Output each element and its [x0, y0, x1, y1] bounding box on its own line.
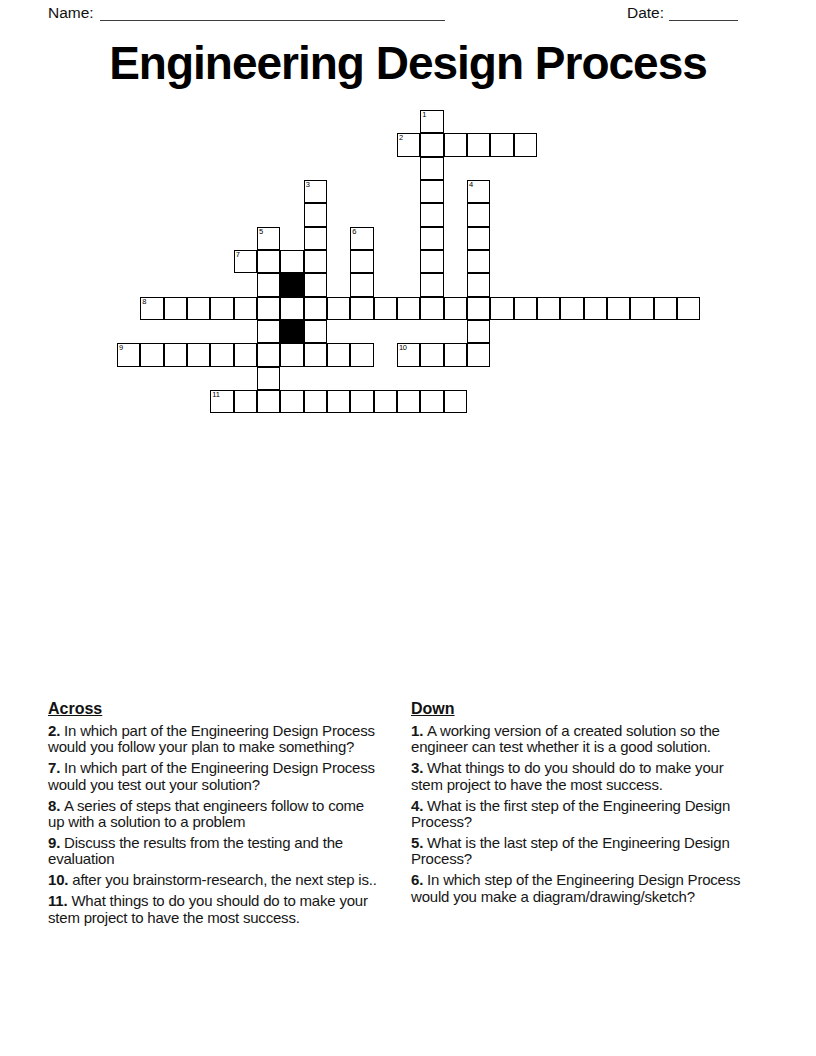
clue-text: What things to do you should do to make … [48, 892, 368, 925]
grid-cell[interactable] [467, 273, 490, 296]
grid-cell[interactable] [327, 297, 350, 320]
clue-across-8: 8. A series of steps that engineers foll… [48, 798, 380, 831]
grid-cell[interactable] [420, 390, 443, 413]
name-blank-line[interactable] [100, 4, 445, 21]
clue-number-label: 11. [48, 892, 71, 909]
date-blank-line[interactable] [669, 4, 738, 21]
grid-cell[interactable] [164, 343, 187, 366]
grid-cell[interactable] [397, 390, 420, 413]
clue-number-label: 6. [411, 871, 427, 888]
date-label: Date: [627, 4, 664, 22]
grid-cell[interactable] [187, 297, 210, 320]
clue-number-2: 2 [399, 134, 403, 142]
grid-cell[interactable]: 6 [350, 227, 373, 250]
grid-cell[interactable] [420, 133, 443, 156]
clue-down-6: 6. In which step of the Engineering Desi… [411, 872, 751, 905]
grid-cell[interactable] [210, 343, 233, 366]
down-clue-list: 1. A working version of a created soluti… [411, 723, 751, 905]
name-label: Name: [48, 4, 94, 22]
clue-number-8: 8 [142, 298, 146, 306]
grid-cell[interactable] [444, 133, 467, 156]
across-header: Across [48, 700, 380, 718]
grid-cell[interactable] [630, 297, 653, 320]
clue-number-label: 2. [48, 722, 64, 739]
clue-text: A working version of a created solution … [411, 722, 720, 755]
grid-cell[interactable] [280, 250, 303, 273]
grid-cell[interactable] [467, 343, 490, 366]
grid-cell[interactable] [420, 203, 443, 226]
grid-cell[interactable]: 10 [397, 343, 420, 366]
grid-cell[interactable] [444, 297, 467, 320]
clue-number-label: 1. [411, 722, 427, 739]
grid-cell[interactable] [350, 297, 373, 320]
grid-cell[interactable] [420, 180, 443, 203]
grid-cell[interactable] [304, 390, 327, 413]
clue-number-label: 10. [48, 871, 72, 888]
clue-number-label: 4. [411, 797, 427, 814]
grid-cell[interactable] [420, 297, 443, 320]
clue-number-6: 6 [352, 228, 356, 236]
grid-cell[interactable] [257, 390, 280, 413]
grid-cell[interactable] [514, 297, 537, 320]
grid-cell[interactable] [327, 343, 350, 366]
grid-cell[interactable] [234, 390, 257, 413]
grid-cell[interactable] [164, 297, 187, 320]
clue-down-3: 3. What things to do you should do to ma… [411, 760, 751, 793]
grid-cell[interactable] [257, 273, 280, 296]
grid-cell[interactable] [304, 227, 327, 250]
grid-cell[interactable] [490, 133, 513, 156]
grid-cell[interactable]: 4 [467, 180, 490, 203]
clue-number-4: 4 [469, 181, 473, 189]
clue-text: What is the last step of the Engineering… [411, 834, 730, 867]
clue-across-10: 10. after you brainstorm-research, the n… [48, 872, 380, 888]
grid-cell[interactable] [467, 133, 490, 156]
grid-cell[interactable] [280, 343, 303, 366]
grid-cell[interactable] [420, 343, 443, 366]
grid-cell[interactable]: 8 [140, 297, 163, 320]
clue-across-9: 9. Discuss the results from the testing … [48, 835, 380, 868]
grid-cell[interactable] [467, 203, 490, 226]
down-header: Down [411, 700, 751, 718]
clue-text: In which step of the Engineering Design … [411, 871, 740, 904]
grid-cell[interactable] [304, 250, 327, 273]
worksheet-page: Name: Date: Engineering Design Process 1… [0, 0, 816, 1056]
grid-cell[interactable] [257, 250, 280, 273]
clue-number-10: 10 [399, 344, 407, 352]
grid-cell[interactable] [444, 390, 467, 413]
crossword-grid: 1234567891011 [117, 110, 700, 413]
grid-cell[interactable] [350, 250, 373, 273]
grid-cell[interactable] [420, 250, 443, 273]
clue-text: In which part of the Engineering Design … [48, 759, 375, 792]
grid-cell[interactable] [257, 367, 280, 390]
grid-cell[interactable] [327, 390, 350, 413]
clue-across-11: 11. What things to do you should do to m… [48, 893, 380, 926]
grid-cell[interactable] [467, 320, 490, 343]
grid-cell[interactable] [584, 297, 607, 320]
grid-cell[interactable] [420, 273, 443, 296]
grid-cell[interactable] [280, 390, 303, 413]
clue-text: Discuss the results from the testing and… [48, 834, 343, 867]
clue-number-label: 3. [411, 759, 427, 776]
grid-cell[interactable] [350, 273, 373, 296]
grid-cell[interactable] [374, 390, 397, 413]
black-cell [280, 320, 303, 343]
grid-cell[interactable] [187, 343, 210, 366]
clue-text: after you brainstorm-research, the next … [72, 871, 377, 888]
grid-cell[interactable] [420, 157, 443, 180]
clue-text: What things to do you should do to make … [411, 759, 723, 792]
clue-text: A series of steps that engineers follow … [48, 797, 364, 830]
grid-cell[interactable] [514, 133, 537, 156]
down-clues-column: Down 1. A working version of a created s… [411, 700, 751, 910]
grid-cell[interactable]: 3 [304, 180, 327, 203]
grid-cell[interactable] [234, 343, 257, 366]
clue-number-7: 7 [236, 251, 240, 259]
clue-number-11: 11 [212, 391, 219, 399]
clue-number-label: 8. [48, 797, 64, 814]
grid-cell[interactable] [257, 320, 280, 343]
grid-cell[interactable] [210, 297, 233, 320]
grid-cell[interactable] [374, 297, 397, 320]
grid-cell[interactable] [257, 297, 280, 320]
grid-cell[interactable] [257, 343, 280, 366]
grid-cell[interactable]: 1 [420, 110, 443, 133]
grid-cell[interactable]: 2 [397, 133, 420, 156]
clue-number-label: 5. [411, 834, 427, 851]
grid-cell[interactable] [560, 297, 583, 320]
grid-cell[interactable]: 11 [210, 390, 233, 413]
grid-cell[interactable] [607, 297, 630, 320]
clue-text: In which part of the Engineering Design … [48, 722, 375, 755]
grid-cell[interactable] [467, 297, 490, 320]
clue-number-3: 3 [306, 181, 310, 189]
grid-cell[interactable] [397, 297, 420, 320]
grid-cell[interactable]: 9 [117, 343, 140, 366]
clue-across-2: 2. In which part of the Engineering Desi… [48, 723, 380, 756]
clue-number-label: 7. [48, 759, 64, 776]
across-clue-list: 2. In which part of the Engineering Desi… [48, 723, 380, 926]
grid-cell[interactable] [234, 297, 257, 320]
grid-cell[interactable] [350, 343, 373, 366]
clue-number-5: 5 [259, 228, 263, 236]
grid-cell[interactable] [444, 343, 467, 366]
grid-cell[interactable] [654, 297, 677, 320]
grid-cell[interactable]: 7 [234, 250, 257, 273]
clue-down-4: 4. What is the first step of the Enginee… [411, 798, 751, 831]
grid-cell[interactable] [304, 297, 327, 320]
grid-cell[interactable] [677, 297, 700, 320]
grid-cell[interactable] [350, 390, 373, 413]
clue-across-7: 7. In which part of the Engineering Desi… [48, 760, 380, 793]
grid-cell[interactable]: 5 [257, 227, 280, 250]
grid-cell[interactable] [304, 320, 327, 343]
grid-cell[interactable] [304, 203, 327, 226]
clue-down-5: 5. What is the last step of the Engineer… [411, 835, 751, 868]
grid-cell[interactable] [420, 227, 443, 250]
grid-cell[interactable] [467, 227, 490, 250]
page-title: Engineering Design Process [0, 36, 816, 90]
grid-cell[interactable] [304, 343, 327, 366]
grid-cell[interactable] [490, 297, 513, 320]
grid-cell[interactable] [467, 250, 490, 273]
clue-down-1: 1. A working version of a created soluti… [411, 723, 751, 756]
clue-number-1: 1 [422, 111, 426, 119]
grid-cell[interactable] [304, 273, 327, 296]
clue-number-label: 9. [48, 834, 64, 851]
grid-cell[interactable] [280, 297, 303, 320]
clue-text: What is the first step of the Engineerin… [411, 797, 730, 830]
black-cell [280, 273, 303, 296]
grid-cell[interactable] [140, 343, 163, 366]
clue-number-9: 9 [119, 344, 123, 352]
grid-cell[interactable] [537, 297, 560, 320]
across-clues-column: Across 2. In which part of the Engineeri… [48, 700, 380, 930]
